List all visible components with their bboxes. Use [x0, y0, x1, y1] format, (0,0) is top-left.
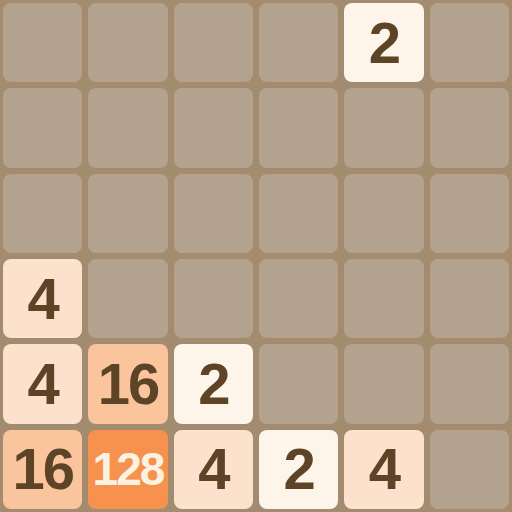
empty-cell-r2c3 — [259, 174, 338, 253]
tile-4-r4c0: 4 — [3, 344, 82, 423]
empty-cell-r2c4 — [344, 174, 423, 253]
empty-cell-r0c2 — [174, 3, 253, 82]
tile-2-r0c4: 2 — [344, 3, 423, 82]
empty-cell-r1c3 — [259, 88, 338, 167]
tile-4-r3c0: 4 — [3, 259, 82, 338]
empty-cell-r1c2 — [174, 88, 253, 167]
empty-cell-r2c1 — [88, 174, 167, 253]
empty-cell-r2c5 — [430, 174, 509, 253]
empty-cell-r3c1 — [88, 259, 167, 338]
tile-16-r5c0: 16 — [3, 430, 82, 509]
tile-4-r5c4: 4 — [344, 430, 423, 509]
empty-cell-r3c5 — [430, 259, 509, 338]
empty-cell-r3c2 — [174, 259, 253, 338]
empty-cell-r5c5 — [430, 430, 509, 509]
empty-cell-r0c0 — [3, 3, 82, 82]
empty-cell-r1c0 — [3, 88, 82, 167]
empty-cell-r0c5 — [430, 3, 509, 82]
board-2048[interactable]: 24416216128424 — [0, 0, 512, 512]
empty-cell-r2c0 — [3, 174, 82, 253]
empty-cell-r0c3 — [259, 3, 338, 82]
empty-cell-r0c1 — [88, 3, 167, 82]
empty-cell-r2c2 — [174, 174, 253, 253]
tile-2-r4c2: 2 — [174, 344, 253, 423]
tile-128-r5c1: 128 — [88, 430, 167, 509]
tile-16-r4c1: 16 — [88, 344, 167, 423]
empty-cell-r4c3 — [259, 344, 338, 423]
empty-cell-r3c3 — [259, 259, 338, 338]
tile-4-r5c2: 4 — [174, 430, 253, 509]
empty-cell-r1c4 — [344, 88, 423, 167]
empty-cell-r4c5 — [430, 344, 509, 423]
empty-cell-r1c5 — [430, 88, 509, 167]
empty-cell-r4c4 — [344, 344, 423, 423]
tile-2-r5c3: 2 — [259, 430, 338, 509]
empty-cell-r3c4 — [344, 259, 423, 338]
empty-cell-r1c1 — [88, 88, 167, 167]
